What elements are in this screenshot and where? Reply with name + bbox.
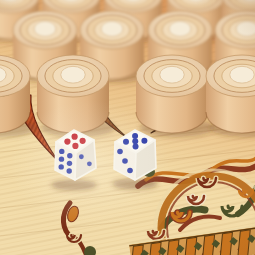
board-svg xyxy=(0,0,255,255)
vignette xyxy=(0,0,255,255)
backgammon-photo xyxy=(0,0,255,255)
